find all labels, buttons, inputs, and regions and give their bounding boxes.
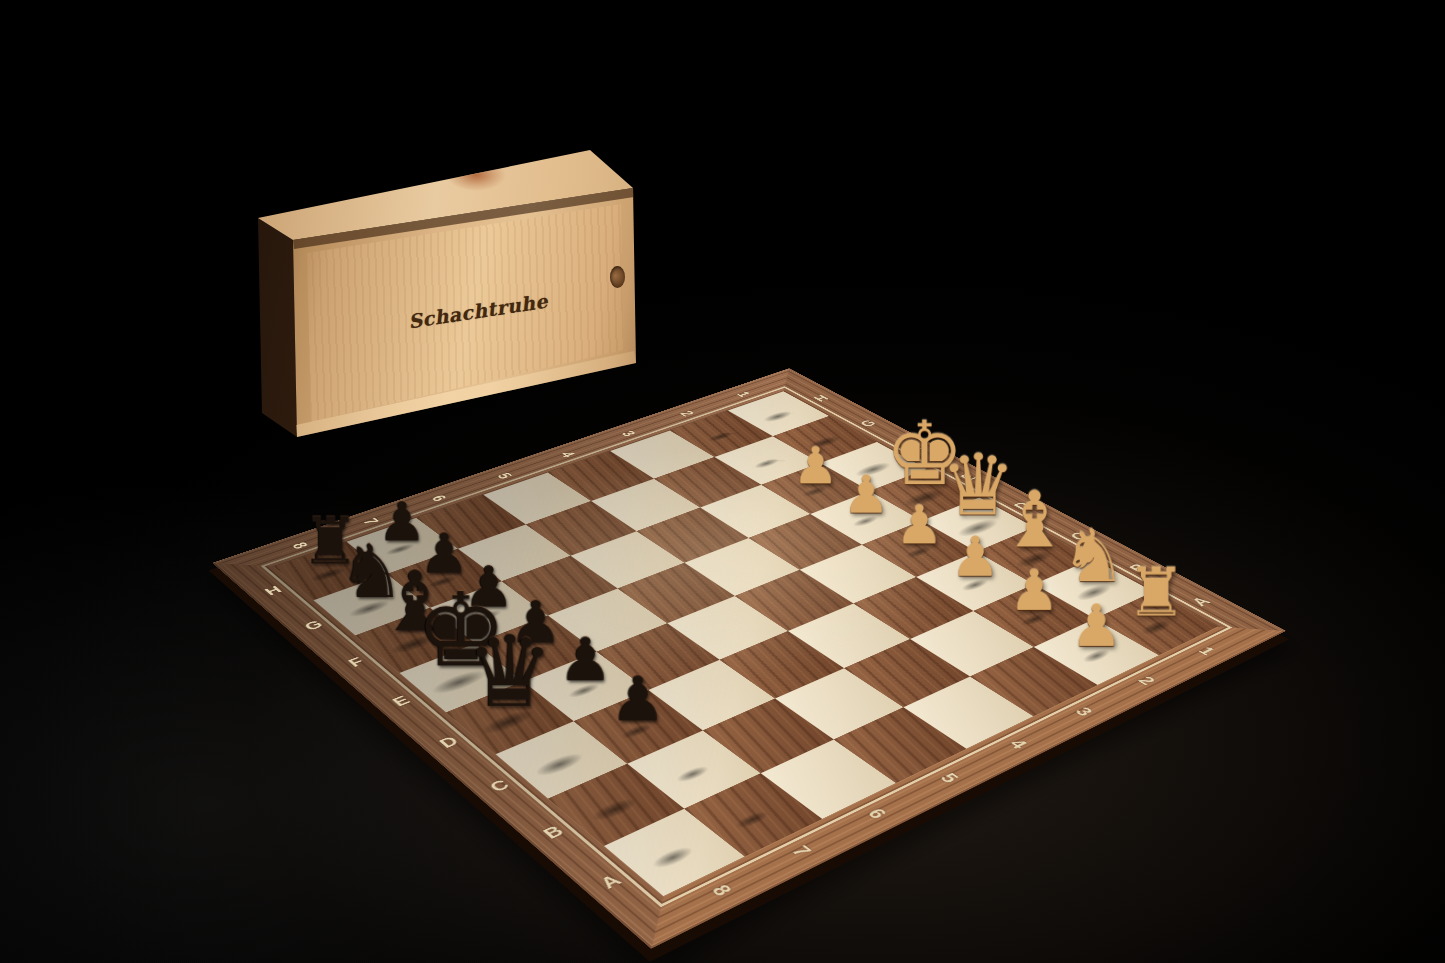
file-label-left-C: C: [474, 771, 525, 802]
rank-label-bottom-4: 4: [993, 730, 1044, 759]
rank-label-bottom-6: 6: [851, 798, 904, 830]
file-label-left-H: H: [251, 579, 295, 602]
rank-label-bottom-8: 8: [694, 873, 749, 908]
file-label-left-B: B: [527, 816, 580, 848]
board-perspective-wrap: ♜♞♝♛♚♝♞♜♟♟♟♟♟♟♟♟♟♟♟♟♟♟♟♟♜♞♝♛♚♝♞♜ 8877665…: [0, 0, 1445, 963]
rank-label-bottom-1: 1: [1183, 638, 1231, 663]
file-label-left-A: A: [583, 864, 638, 899]
scene: Schachtruhe ♜♞♝♛♚♝♞♜♟♟♟♟♟♟♟♟♟♟♟♟♟♟♟♟♜♞♝♛…: [0, 0, 1445, 963]
white-pawn-icon: ♟: [1023, 597, 1169, 655]
black-rook-icon: ♜: [590, 777, 758, 856]
playing-area: ♜♞♝♛♚♝♞♜♟♟♟♟♟♟♟♟♟♟♟♟♟♟♟♟♜♞♝♛♚♝♞♜: [274, 391, 1218, 896]
file-label-left-D: D: [424, 728, 473, 757]
rank-label-bottom-2: 2: [1123, 667, 1172, 693]
rank-label-bottom-7: 7: [775, 834, 829, 867]
chess-board: ♜♞♝♛♚♝♞♜♟♟♟♟♟♟♟♟♟♟♟♟♟♟♟♟♜♞♝♛♚♝♞♜ 8877665…: [213, 368, 1286, 948]
file-label-left-F: F: [333, 649, 379, 675]
file-label-left-G: G: [291, 613, 336, 637]
rank-label-bottom-3: 3: [1059, 698, 1109, 726]
rank-label-bottom-5: 5: [924, 763, 976, 793]
